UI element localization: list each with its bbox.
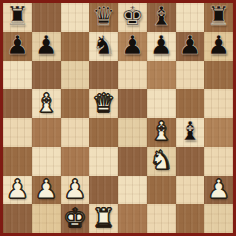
square-h3[interactable] <box>204 147 233 176</box>
square-c1[interactable]: ♚ <box>61 204 90 233</box>
piece-black-rook-h8[interactable]: ♜ <box>207 3 230 29</box>
piece-white-bishop-b5[interactable]: ♝ <box>34 90 57 116</box>
piece-white-queen-d5[interactable]: ♛ <box>92 90 115 116</box>
square-d1[interactable]: ♜ <box>89 204 118 233</box>
square-g3[interactable] <box>176 147 205 176</box>
square-f6[interactable] <box>147 61 176 90</box>
square-h5[interactable] <box>204 89 233 118</box>
piece-black-pawn-f7[interactable]: ♟ <box>149 32 172 58</box>
square-a8[interactable]: ♜ <box>3 3 32 32</box>
piece-black-rook-a8[interactable]: ♜ <box>6 3 29 29</box>
piece-white-knight-f3[interactable]: ♞ <box>149 147 172 173</box>
piece-black-pawn-e7[interactable]: ♟ <box>121 32 144 58</box>
square-e5[interactable] <box>118 89 147 118</box>
piece-black-bishop-f8[interactable]: ♝ <box>149 3 172 29</box>
piece-black-pawn-h7[interactable]: ♟ <box>207 32 230 58</box>
square-a1[interactable] <box>3 204 32 233</box>
square-b5[interactable]: ♝ <box>32 89 61 118</box>
piece-white-king-c1[interactable]: ♚ <box>63 205 86 231</box>
square-b3[interactable] <box>32 147 61 176</box>
square-b4[interactable] <box>32 118 61 147</box>
square-f3[interactable]: ♞ <box>147 147 176 176</box>
square-e4[interactable] <box>118 118 147 147</box>
square-d2[interactable] <box>89 176 118 205</box>
piece-white-pawn-c2[interactable]: ♟ <box>63 176 86 202</box>
square-b1[interactable] <box>32 204 61 233</box>
square-g8[interactable] <box>176 3 205 32</box>
square-a2[interactable]: ♟ <box>3 176 32 205</box>
square-f8[interactable]: ♝ <box>147 3 176 32</box>
square-f2[interactable] <box>147 176 176 205</box>
square-d5[interactable]: ♛ <box>89 89 118 118</box>
square-g1[interactable] <box>176 204 205 233</box>
square-e3[interactable] <box>118 147 147 176</box>
square-c2[interactable]: ♟ <box>61 176 90 205</box>
chess-board: ♜♛♚♝♜♟♟♞♟♟♟♟♝♛♝♝♞♟♟♟♟♚♜ <box>0 0 236 236</box>
piece-white-bishop-f4[interactable]: ♝ <box>149 118 172 144</box>
square-d3[interactable] <box>89 147 118 176</box>
square-b7[interactable]: ♟ <box>32 32 61 61</box>
square-f7[interactable]: ♟ <box>147 32 176 61</box>
piece-black-king-e8[interactable]: ♚ <box>121 3 144 29</box>
square-d8[interactable]: ♛ <box>89 3 118 32</box>
square-a7[interactable]: ♟ <box>3 32 32 61</box>
square-e8[interactable]: ♚ <box>118 3 147 32</box>
piece-black-queen-d8[interactable]: ♛ <box>92 3 115 29</box>
piece-black-pawn-a7[interactable]: ♟ <box>6 32 29 58</box>
square-b6[interactable] <box>32 61 61 90</box>
square-c5[interactable] <box>61 89 90 118</box>
square-g2[interactable] <box>176 176 205 205</box>
square-g7[interactable]: ♟ <box>176 32 205 61</box>
square-h2[interactable]: ♟ <box>204 176 233 205</box>
square-e7[interactable]: ♟ <box>118 32 147 61</box>
square-c6[interactable] <box>61 61 90 90</box>
piece-white-pawn-a2[interactable]: ♟ <box>6 176 29 202</box>
piece-black-pawn-b7[interactable]: ♟ <box>34 32 57 58</box>
square-c8[interactable] <box>61 3 90 32</box>
square-b8[interactable] <box>32 3 61 32</box>
square-h8[interactable]: ♜ <box>204 3 233 32</box>
square-c7[interactable] <box>61 32 90 61</box>
piece-white-rook-d1[interactable]: ♜ <box>92 205 115 231</box>
square-g6[interactable] <box>176 61 205 90</box>
square-a5[interactable] <box>3 89 32 118</box>
square-a4[interactable] <box>3 118 32 147</box>
square-h4[interactable] <box>204 118 233 147</box>
square-b2[interactable]: ♟ <box>32 176 61 205</box>
square-a3[interactable] <box>3 147 32 176</box>
square-h7[interactable]: ♟ <box>204 32 233 61</box>
square-g4[interactable]: ♝ <box>176 118 205 147</box>
square-f1[interactable] <box>147 204 176 233</box>
square-a6[interactable] <box>3 61 32 90</box>
square-h1[interactable] <box>204 204 233 233</box>
square-h6[interactable] <box>204 61 233 90</box>
piece-black-knight-d7[interactable]: ♞ <box>92 32 115 58</box>
square-d7[interactable]: ♞ <box>89 32 118 61</box>
square-f5[interactable] <box>147 89 176 118</box>
piece-white-pawn-h2[interactable]: ♟ <box>207 176 230 202</box>
square-c4[interactable] <box>61 118 90 147</box>
square-f4[interactable]: ♝ <box>147 118 176 147</box>
piece-black-bishop-g4[interactable]: ♝ <box>178 118 201 144</box>
square-c3[interactable] <box>61 147 90 176</box>
square-e1[interactable] <box>118 204 147 233</box>
square-e2[interactable] <box>118 176 147 205</box>
piece-white-pawn-b2[interactable]: ♟ <box>34 176 57 202</box>
square-d6[interactable] <box>89 61 118 90</box>
square-d4[interactable] <box>89 118 118 147</box>
piece-black-pawn-g7[interactable]: ♟ <box>178 32 201 58</box>
square-e6[interactable] <box>118 61 147 90</box>
square-g5[interactable] <box>176 89 205 118</box>
